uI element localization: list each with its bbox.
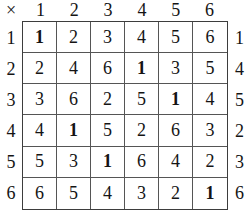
cell-r5c5: 4 [159, 147, 193, 178]
cell-r4c6: 3 [193, 115, 227, 146]
row-label-left-1: 1 [0, 23, 22, 54]
column-labels: 123456 [22, 0, 228, 21]
col-label-6: 6 [193, 0, 227, 21]
row-label-right-2: 4 [228, 54, 251, 85]
row-label-left-2: 2 [0, 54, 22, 85]
col-label-2: 2 [57, 0, 91, 21]
cell-r5c2: 3 [57, 147, 91, 178]
cell-r2c2: 4 [57, 53, 91, 84]
cell-r5c3: 1 [91, 147, 125, 178]
cell-r2c3: 6 [91, 53, 125, 84]
cell-r6c2: 5 [57, 178, 91, 209]
row-label-left-3: 3 [0, 85, 22, 116]
cell-r1c3: 3 [91, 22, 125, 53]
cell-r1c6: 6 [193, 22, 227, 53]
cell-r4c4: 2 [125, 115, 159, 146]
cell-r3c2: 6 [57, 84, 91, 115]
row-label-left-4: 4 [0, 116, 22, 147]
cell-r2c6: 5 [193, 53, 227, 84]
times-operator-symbol: × [0, 0, 22, 21]
cell-r3c4: 5 [125, 84, 159, 115]
cell-r3c6: 4 [193, 84, 227, 115]
col-label-5: 5 [159, 0, 193, 21]
col-label-4: 4 [125, 0, 159, 21]
cell-r3c3: 2 [91, 84, 125, 115]
cell-r5c4: 6 [125, 147, 159, 178]
cell-r5c1: 5 [23, 147, 57, 178]
col-label-1: 1 [24, 0, 58, 21]
row-label-left-6: 6 [0, 178, 22, 209]
cell-r4c1: 4 [23, 115, 57, 146]
cell-r1c1: 1 [23, 22, 57, 53]
table-body: 123456 123456246135362514415263531642654… [0, 21, 251, 210]
row-label-right-3: 5 [228, 85, 251, 116]
cell-r4c5: 6 [159, 115, 193, 146]
row-label-right-5: 3 [228, 147, 251, 178]
cell-r2c4: 1 [125, 53, 159, 84]
cell-r1c2: 2 [57, 22, 91, 53]
cell-r2c1: 2 [23, 53, 57, 84]
cell-r3c5: 1 [159, 84, 193, 115]
row-label-left-5: 5 [0, 147, 22, 178]
row-label-right-1: 1 [228, 23, 251, 54]
cell-r2c5: 3 [159, 53, 193, 84]
cell-r3c1: 3 [23, 84, 57, 115]
mod7-multiplication-table: × 123456 123456 123456246135362514415263… [0, 0, 251, 214]
cell-r5c6: 2 [193, 147, 227, 178]
row-label-right-6: 6 [228, 178, 251, 209]
cell-r6c5: 2 [159, 178, 193, 209]
column-header-row: × 123456 [0, 0, 251, 21]
row-label-right-4: 2 [228, 116, 251, 147]
inverse-column: 145236 [228, 21, 251, 210]
cell-r4c2: 1 [57, 115, 91, 146]
cell-r1c5: 5 [159, 22, 193, 53]
cell-r6c3: 4 [91, 178, 125, 209]
cell-r4c3: 5 [91, 115, 125, 146]
product-grid: 123456246135362514415263531642654321 [22, 21, 228, 210]
row-labels-left: 123456 [0, 21, 22, 210]
cell-r1c4: 4 [125, 22, 159, 53]
cell-r6c4: 3 [125, 178, 159, 209]
col-label-3: 3 [91, 0, 125, 21]
cell-r6c1: 6 [23, 178, 57, 209]
cell-r6c6: 1 [193, 178, 227, 209]
